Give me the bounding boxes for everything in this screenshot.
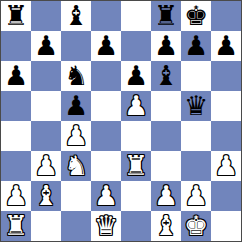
piece-black-pawn[interactable]: ♟ [94,31,118,61]
square-a1[interactable]: ♜ [1,211,31,241]
square-c1[interactable] [61,211,91,241]
piece-black-pawn[interactable]: ♟ [184,31,208,61]
piece-black-pawn[interactable]: ♟ [214,31,238,61]
square-f7[interactable]: ♟ [151,31,181,61]
piece-black-king[interactable]: ♚ [184,1,208,31]
square-f1[interactable]: ♝ [151,211,181,241]
square-a4[interactable] [1,121,31,151]
square-f5[interactable] [151,91,181,121]
square-f2[interactable]: ♟ [151,181,181,211]
piece-white-rook[interactable]: ♜ [124,151,148,181]
square-e3[interactable]: ♜ [121,151,151,181]
square-a3[interactable] [1,151,31,181]
square-d6[interactable] [91,61,121,91]
piece-white-pawn[interactable]: ♟ [34,151,58,181]
square-b3[interactable]: ♟ [31,151,61,181]
square-e4[interactable] [121,121,151,151]
square-b5[interactable] [31,91,61,121]
square-b6[interactable] [31,61,61,91]
square-d4[interactable] [91,121,121,151]
piece-black-knight[interactable]: ♞ [64,61,88,91]
piece-black-pawn[interactable]: ♟ [34,31,58,61]
piece-black-rook[interactable]: ♜ [4,1,28,31]
piece-black-pawn[interactable]: ♟ [154,31,178,61]
square-g5[interactable]: ♛ [181,91,211,121]
square-h1[interactable] [211,211,241,241]
square-g1[interactable]: ♚ [181,211,211,241]
square-b1[interactable] [31,211,61,241]
square-g2[interactable]: ♟ [181,181,211,211]
piece-white-pawn[interactable]: ♟ [154,181,178,211]
piece-white-pawn[interactable]: ♟ [94,181,118,211]
square-d8[interactable] [91,1,121,31]
square-d3[interactable] [91,151,121,181]
piece-black-pawn[interactable]: ♟ [124,61,148,91]
square-c4[interactable]: ♟ [61,121,91,151]
piece-black-queen[interactable]: ♛ [184,91,208,121]
piece-black-pawn[interactable]: ♟ [64,91,88,121]
piece-white-queen[interactable]: ♛ [94,211,118,241]
piece-white-pawn[interactable]: ♟ [184,181,208,211]
square-a7[interactable] [1,31,31,61]
square-b2[interactable]: ♝ [31,181,61,211]
square-c5[interactable]: ♟ [61,91,91,121]
piece-black-bishop[interactable]: ♝ [64,1,88,31]
square-h8[interactable] [211,1,241,31]
piece-white-bishop[interactable]: ♝ [34,181,58,211]
piece-white-pawn[interactable]: ♟ [4,181,28,211]
square-e6[interactable]: ♟ [121,61,151,91]
square-a8[interactable]: ♜ [1,1,31,31]
square-b7[interactable]: ♟ [31,31,61,61]
square-b8[interactable] [31,1,61,31]
piece-black-rook[interactable]: ♜ [154,1,178,31]
square-h4[interactable] [211,121,241,151]
square-e8[interactable] [121,1,151,31]
square-e1[interactable] [121,211,151,241]
piece-white-rook[interactable]: ♜ [4,211,28,241]
square-d5[interactable] [91,91,121,121]
square-g4[interactable] [181,121,211,151]
piece-white-pawn[interactable]: ♟ [64,121,88,151]
square-g7[interactable]: ♟ [181,31,211,61]
square-d1[interactable]: ♛ [91,211,121,241]
square-e2[interactable] [121,181,151,211]
piece-white-king[interactable]: ♚ [184,211,208,241]
square-e7[interactable] [121,31,151,61]
square-h7[interactable]: ♟ [211,31,241,61]
square-g3[interactable] [181,151,211,181]
piece-white-knight[interactable]: ♞ [64,151,88,181]
square-h3[interactable]: ♟ [211,151,241,181]
square-a5[interactable] [1,91,31,121]
square-e5[interactable]: ♟ [121,91,151,121]
square-d7[interactable]: ♟ [91,31,121,61]
square-h2[interactable] [211,181,241,211]
piece-black-pawn[interactable]: ♟ [4,61,28,91]
square-g8[interactable]: ♚ [181,1,211,31]
square-h5[interactable] [211,91,241,121]
square-a2[interactable]: ♟ [1,181,31,211]
square-c3[interactable]: ♞ [61,151,91,181]
square-b4[interactable] [31,121,61,151]
piece-black-bishop[interactable]: ♝ [154,61,178,91]
square-f8[interactable]: ♜ [151,1,181,31]
square-c7[interactable] [61,31,91,61]
chess-board: ♜♝♜♚♟♟♟♟♟♟♞♟♝♟♟♛♟♟♞♜♟♟♝♟♟♟♜♛♝♚ [0,0,242,242]
square-c8[interactable]: ♝ [61,1,91,31]
piece-white-pawn[interactable]: ♟ [214,151,238,181]
square-f3[interactable] [151,151,181,181]
piece-white-pawn[interactable]: ♟ [124,91,148,121]
square-h6[interactable] [211,61,241,91]
square-d2[interactable]: ♟ [91,181,121,211]
piece-white-bishop[interactable]: ♝ [154,211,178,241]
square-f4[interactable] [151,121,181,151]
square-a6[interactable]: ♟ [1,61,31,91]
square-g6[interactable] [181,61,211,91]
square-f6[interactable]: ♝ [151,61,181,91]
square-c6[interactable]: ♞ [61,61,91,91]
square-c2[interactable] [61,181,91,211]
